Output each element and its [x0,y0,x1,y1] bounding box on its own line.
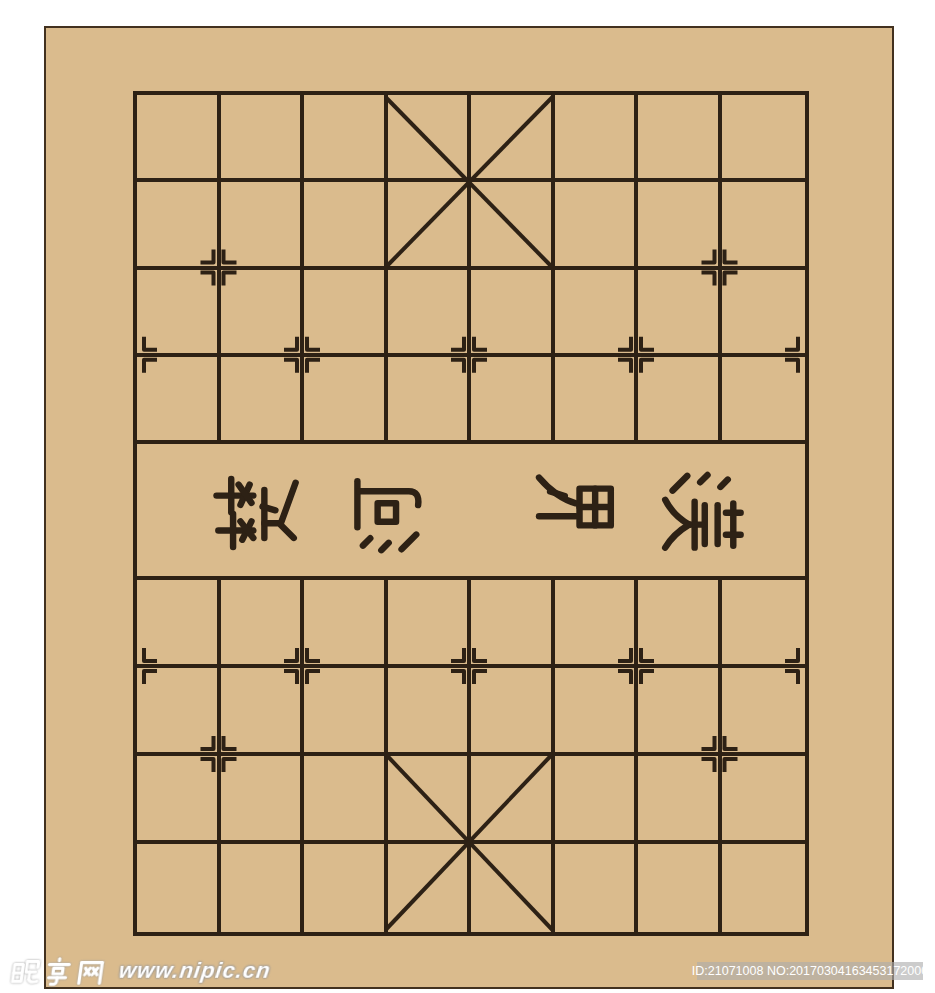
board-cell [722,357,806,444]
board-cell [722,844,806,932]
board-cell [471,756,555,844]
logo-stroke [79,963,82,984]
board-cell [722,270,806,357]
board-cell [304,844,388,932]
board-cell [137,580,221,668]
board-cell [221,844,305,932]
board-cell [221,756,305,844]
board-cell [137,270,221,357]
board-cell [638,357,722,444]
image-id-bar: ID:21071008 NO:20170304163453172000 [697,962,923,980]
board-cell [722,95,806,182]
river-band [137,444,805,580]
board-cell [388,668,472,756]
logo-stroke [28,979,37,982]
board-cell [221,95,305,182]
board-cell [388,580,472,668]
board-cell [722,182,806,269]
site-logo-watermark: www.nipic.cn [8,956,273,986]
board-cell [221,182,305,269]
board-cell [555,182,639,269]
site-logo-cjk-glyphs [8,956,108,986]
board-cell [137,756,221,844]
site-url-watermark: www.nipic.cn [109,958,273,986]
board-cell [471,580,555,668]
board-cell [555,668,639,756]
board-cell [304,95,388,182]
board-cell [638,756,722,844]
board-cell [388,756,472,844]
board-cell [471,844,555,932]
image-id-text: ID:21071008 NO:20170304163453172000 [692,964,928,978]
board-cell [555,844,639,932]
board-cell [722,756,806,844]
board-cell [304,756,388,844]
board-cell [471,182,555,269]
logo-stroke [53,968,63,974]
board-cell [638,270,722,357]
logo-character-享 [47,959,70,985]
board-cell [304,668,388,756]
board-cell [555,270,639,357]
board-cell [471,668,555,756]
board-cell [555,95,639,182]
board-cell [555,756,639,844]
board-cell [388,95,472,182]
board-cell [221,580,305,668]
board-cell [638,182,722,269]
xiangqi-board [133,91,809,936]
board-cell [221,357,305,444]
board-cell [388,844,472,932]
board-cell [137,357,221,444]
board-cell [471,270,555,357]
board-cell [471,95,555,182]
board-cell [221,668,305,756]
board-cell [638,844,722,932]
board-cell [388,270,472,357]
board-cell [722,580,806,668]
board-cell [137,844,221,932]
board-cell [555,580,639,668]
logo-character-网 [79,963,103,984]
board-cell [638,580,722,668]
board-cell [304,182,388,269]
page: www.nipic.cn ID:21071008 NO:201703041634… [0,0,935,993]
board-cell [638,668,722,756]
board-cell [137,182,221,269]
board-cell [555,357,639,444]
board-cell [137,668,221,756]
board-cell [221,270,305,357]
board-cell [638,95,722,182]
logo-stroke [99,963,102,984]
board-cell [304,270,388,357]
board-cell [304,580,388,668]
board-cell [722,668,806,756]
board-cell [304,357,388,444]
board-cell [471,357,555,444]
board-cell [388,357,472,444]
board-surface [44,26,894,989]
board-cell [388,182,472,269]
logo-character-昵 [12,962,39,982]
board-cell [137,95,221,182]
